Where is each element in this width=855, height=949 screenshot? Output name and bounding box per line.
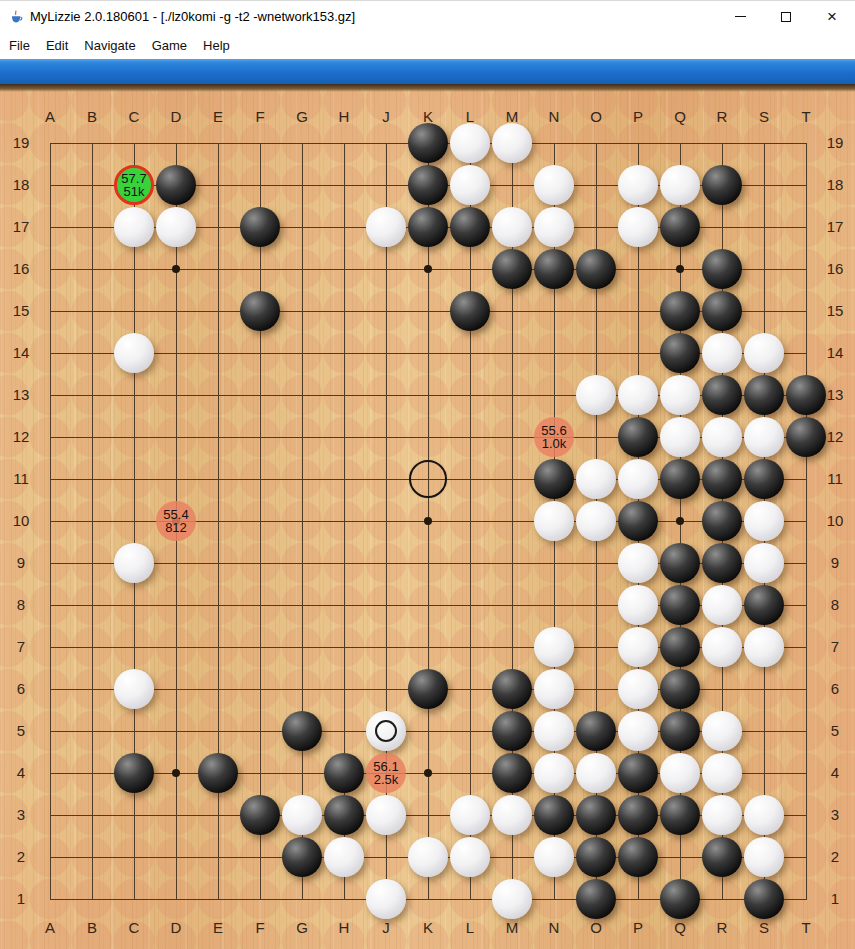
black-stone[interactable] bbox=[492, 669, 532, 709]
black-stone[interactable] bbox=[240, 207, 280, 247]
coord-label-left: 6 bbox=[4, 680, 38, 698]
black-stone[interactable] bbox=[702, 543, 742, 583]
maximize-button[interactable] bbox=[763, 1, 809, 32]
white-stone[interactable] bbox=[744, 543, 784, 583]
white-stone[interactable] bbox=[534, 627, 574, 667]
white-stone[interactable] bbox=[450, 795, 490, 835]
white-stone[interactable] bbox=[114, 543, 154, 583]
black-stone[interactable] bbox=[660, 711, 700, 751]
white-stone[interactable] bbox=[324, 837, 364, 877]
coord-label-top: F bbox=[243, 108, 277, 126]
coord-label-left: 14 bbox=[4, 344, 38, 362]
black-stone[interactable] bbox=[618, 837, 658, 877]
coord-label-top: T bbox=[789, 108, 823, 126]
black-stone[interactable] bbox=[744, 375, 784, 415]
black-stone[interactable] bbox=[618, 753, 658, 793]
star-point bbox=[424, 265, 432, 273]
black-stone[interactable] bbox=[408, 123, 448, 163]
black-stone[interactable] bbox=[240, 795, 280, 835]
white-stone[interactable] bbox=[534, 837, 574, 877]
coord-label-bottom: P bbox=[621, 919, 655, 937]
coord-label-bottom: D bbox=[159, 919, 193, 937]
coord-label-left: 1 bbox=[4, 890, 38, 908]
variation-circle-marker bbox=[409, 460, 447, 498]
white-stone[interactable] bbox=[744, 795, 784, 835]
coord-label-bottom: J bbox=[369, 919, 403, 937]
coord-label-right: 5 bbox=[818, 722, 852, 740]
coord-label-right: 9 bbox=[818, 554, 852, 572]
candidate-move[interactable]: 55.4812 bbox=[156, 501, 196, 541]
goban[interactable]: AABBCCDDEEFFGGHHJJKKLLMMNNOOPPQQRRSSTT19… bbox=[0, 84, 855, 949]
white-stone[interactable] bbox=[618, 207, 658, 247]
black-stone[interactable] bbox=[744, 879, 784, 919]
white-stone[interactable] bbox=[618, 543, 658, 583]
black-stone[interactable] bbox=[744, 585, 784, 625]
coord-label-bottom: M bbox=[495, 919, 529, 937]
white-stone[interactable] bbox=[618, 585, 658, 625]
star-point bbox=[676, 517, 684, 525]
black-stone[interactable] bbox=[702, 249, 742, 289]
coord-label-bottom: T bbox=[789, 919, 823, 937]
white-stone[interactable] bbox=[114, 207, 154, 247]
star-point bbox=[676, 265, 684, 273]
candidate-visits: 51k bbox=[124, 185, 145, 198]
coord-label-bottom: L bbox=[453, 919, 487, 937]
best-candidate-move[interactable]: 57.751k bbox=[114, 165, 154, 205]
white-stone[interactable] bbox=[534, 501, 574, 541]
coord-label-right: 11 bbox=[818, 470, 852, 488]
black-stone[interactable] bbox=[660, 669, 700, 709]
black-stone[interactable] bbox=[660, 543, 700, 583]
black-stone[interactable] bbox=[660, 795, 700, 835]
white-stone[interactable] bbox=[702, 795, 742, 835]
black-stone[interactable] bbox=[324, 753, 364, 793]
white-stone[interactable] bbox=[702, 711, 742, 751]
white-stone[interactable] bbox=[660, 165, 700, 205]
black-stone[interactable] bbox=[492, 249, 532, 289]
white-stone[interactable] bbox=[660, 417, 700, 457]
white-stone[interactable] bbox=[618, 711, 658, 751]
coord-label-right: 4 bbox=[818, 764, 852, 782]
coord-label-right: 2 bbox=[818, 848, 852, 866]
coord-label-top: Q bbox=[663, 108, 697, 126]
black-stone[interactable] bbox=[534, 459, 574, 499]
black-stone[interactable] bbox=[618, 795, 658, 835]
black-stone[interactable] bbox=[450, 291, 490, 331]
coord-label-bottom: A bbox=[33, 919, 67, 937]
white-stone[interactable] bbox=[534, 711, 574, 751]
black-stone[interactable] bbox=[576, 837, 616, 877]
minimize-button[interactable] bbox=[717, 1, 763, 32]
coord-label-right: 14 bbox=[818, 344, 852, 362]
coord-label-left: 12 bbox=[4, 428, 38, 446]
coord-label-bottom: N bbox=[537, 919, 571, 937]
window-controls: × bbox=[717, 1, 855, 32]
minimize-icon bbox=[735, 16, 746, 17]
white-stone[interactable] bbox=[534, 207, 574, 247]
menu-game[interactable]: Game bbox=[144, 32, 195, 59]
black-stone[interactable] bbox=[702, 459, 742, 499]
coord-label-right: 16 bbox=[818, 260, 852, 278]
coord-label-top: B bbox=[75, 108, 109, 126]
star-point bbox=[424, 769, 432, 777]
java-app-icon bbox=[8, 8, 25, 25]
white-stone[interactable] bbox=[450, 837, 490, 877]
white-stone[interactable] bbox=[576, 753, 616, 793]
black-stone[interactable] bbox=[576, 711, 616, 751]
white-stone[interactable] bbox=[702, 585, 742, 625]
white-stone[interactable] bbox=[114, 333, 154, 373]
black-stone[interactable] bbox=[240, 291, 280, 331]
coord-label-left: 15 bbox=[4, 302, 38, 320]
white-stone[interactable] bbox=[702, 753, 742, 793]
black-stone[interactable] bbox=[492, 753, 532, 793]
black-stone[interactable] bbox=[534, 249, 574, 289]
black-stone[interactable] bbox=[660, 879, 700, 919]
black-stone[interactable] bbox=[660, 333, 700, 373]
white-stone[interactable] bbox=[492, 207, 532, 247]
coord-label-right: 7 bbox=[818, 638, 852, 656]
coord-label-left: 7 bbox=[4, 638, 38, 656]
coord-label-right: 8 bbox=[818, 596, 852, 614]
white-stone[interactable] bbox=[744, 627, 784, 667]
black-stone[interactable] bbox=[702, 375, 742, 415]
coord-label-right: 1 bbox=[818, 890, 852, 908]
coord-label-top: H bbox=[327, 108, 361, 126]
coord-label-right: 15 bbox=[818, 302, 852, 320]
black-stone[interactable] bbox=[786, 375, 826, 415]
white-stone[interactable] bbox=[366, 795, 406, 835]
white-stone[interactable] bbox=[492, 795, 532, 835]
black-stone[interactable] bbox=[324, 795, 364, 835]
white-stone[interactable] bbox=[576, 375, 616, 415]
black-stone[interactable] bbox=[660, 585, 700, 625]
black-stone[interactable] bbox=[618, 501, 658, 541]
menu-file[interactable]: File bbox=[1, 32, 38, 59]
black-stone[interactable] bbox=[702, 501, 742, 541]
white-stone[interactable] bbox=[702, 627, 742, 667]
coord-label-left: 10 bbox=[4, 512, 38, 530]
coord-label-left: 17 bbox=[4, 218, 38, 236]
menu-edit[interactable]: Edit bbox=[38, 32, 76, 59]
coord-label-left: 9 bbox=[4, 554, 38, 572]
coord-label-top: D bbox=[159, 108, 193, 126]
coord-label-right: 3 bbox=[818, 806, 852, 824]
title-bar: MyLizzie 2.0.180601 - [./lz0komi -g -t2 … bbox=[0, 0, 855, 32]
white-stone[interactable] bbox=[660, 753, 700, 793]
board-top-edge bbox=[0, 84, 855, 92]
black-stone[interactable] bbox=[114, 753, 154, 793]
black-stone[interactable] bbox=[282, 711, 322, 751]
white-stone[interactable] bbox=[492, 879, 532, 919]
white-stone[interactable] bbox=[618, 627, 658, 667]
white-stone[interactable] bbox=[576, 459, 616, 499]
coord-label-top: O bbox=[579, 108, 613, 126]
last-move-marker bbox=[375, 720, 397, 742]
white-stone[interactable] bbox=[366, 207, 406, 247]
candidate-visits: 1.0k bbox=[542, 437, 567, 450]
coord-label-left: 11 bbox=[4, 470, 38, 488]
coord-label-bottom: E bbox=[201, 919, 235, 937]
coord-label-right: 6 bbox=[818, 680, 852, 698]
coord-label-top: J bbox=[369, 108, 403, 126]
black-stone[interactable] bbox=[786, 417, 826, 457]
black-stone[interactable] bbox=[618, 417, 658, 457]
white-stone[interactable] bbox=[618, 669, 658, 709]
coord-label-bottom: R bbox=[705, 919, 739, 937]
coord-label-left: 2 bbox=[4, 848, 38, 866]
coord-label-left: 4 bbox=[4, 764, 38, 782]
coord-label-left: 8 bbox=[4, 596, 38, 614]
star-point bbox=[172, 265, 180, 273]
coord-label-bottom: Q bbox=[663, 919, 697, 937]
menu-bar: File Edit Navigate Game Help bbox=[0, 32, 855, 59]
black-stone[interactable] bbox=[492, 711, 532, 751]
candidate-move[interactable]: 55.61.0k bbox=[534, 417, 574, 457]
white-stone[interactable] bbox=[534, 669, 574, 709]
menu-navigate[interactable]: Navigate bbox=[76, 32, 143, 59]
coord-label-top: A bbox=[33, 108, 67, 126]
coord-label-top: P bbox=[621, 108, 655, 126]
black-stone[interactable] bbox=[660, 207, 700, 247]
toolbar-strip bbox=[0, 59, 855, 84]
white-stone[interactable] bbox=[744, 837, 784, 877]
coord-label-right: 19 bbox=[818, 134, 852, 152]
coord-label-top: C bbox=[117, 108, 151, 126]
black-stone[interactable] bbox=[450, 207, 490, 247]
black-stone[interactable] bbox=[408, 669, 448, 709]
coord-label-top: G bbox=[285, 108, 319, 126]
coord-label-bottom: H bbox=[327, 919, 361, 937]
white-stone[interactable] bbox=[366, 879, 406, 919]
white-stone[interactable] bbox=[618, 375, 658, 415]
window-title: MyLizzie 2.0.180601 - [./lz0komi -g -t2 … bbox=[30, 9, 355, 24]
star-point bbox=[172, 769, 180, 777]
white-stone[interactable] bbox=[660, 375, 700, 415]
coord-label-bottom: F bbox=[243, 919, 277, 937]
white-stone[interactable] bbox=[702, 417, 742, 457]
menu-help[interactable]: Help bbox=[195, 32, 238, 59]
coord-label-left: 16 bbox=[4, 260, 38, 278]
white-stone[interactable] bbox=[744, 501, 784, 541]
coord-label-left: 3 bbox=[4, 806, 38, 824]
black-stone[interactable] bbox=[576, 249, 616, 289]
coord-label-left: 18 bbox=[4, 176, 38, 194]
coord-label-top: E bbox=[201, 108, 235, 126]
candidate-visits: 812 bbox=[165, 521, 187, 534]
white-stone[interactable] bbox=[618, 459, 658, 499]
black-stone[interactable] bbox=[660, 291, 700, 331]
coord-label-left: 13 bbox=[4, 386, 38, 404]
white-stone[interactable] bbox=[576, 501, 616, 541]
coord-label-bottom: O bbox=[579, 919, 613, 937]
coord-label-bottom: G bbox=[285, 919, 319, 937]
black-stone[interactable] bbox=[282, 837, 322, 877]
white-stone[interactable] bbox=[618, 165, 658, 205]
white-stone[interactable] bbox=[450, 123, 490, 163]
close-icon: × bbox=[827, 8, 837, 25]
white-stone[interactable] bbox=[282, 795, 322, 835]
black-stone[interactable] bbox=[576, 879, 616, 919]
maximize-icon bbox=[781, 12, 791, 22]
white-stone[interactable] bbox=[114, 669, 154, 709]
black-stone[interactable] bbox=[156, 165, 196, 205]
black-stone[interactable] bbox=[660, 627, 700, 667]
coord-label-top: N bbox=[537, 108, 571, 126]
white-stone[interactable] bbox=[534, 753, 574, 793]
white-stone[interactable] bbox=[492, 123, 532, 163]
white-stone[interactable] bbox=[744, 417, 784, 457]
star-point bbox=[424, 517, 432, 525]
coord-label-left: 5 bbox=[4, 722, 38, 740]
coord-label-top: S bbox=[747, 108, 781, 126]
white-stone[interactable] bbox=[156, 207, 196, 247]
black-stone[interactable] bbox=[660, 459, 700, 499]
coord-label-bottom: C bbox=[117, 919, 151, 937]
coord-label-top: R bbox=[705, 108, 739, 126]
white-stone[interactable] bbox=[408, 837, 448, 877]
white-stone[interactable] bbox=[702, 333, 742, 373]
candidate-move[interactable]: 56.12.5k bbox=[366, 753, 406, 793]
black-stone[interactable] bbox=[576, 795, 616, 835]
white-stone[interactable] bbox=[744, 333, 784, 373]
coord-label-left: 19 bbox=[4, 134, 38, 152]
coord-label-right: 17 bbox=[818, 218, 852, 236]
black-stone[interactable] bbox=[744, 459, 784, 499]
white-stone[interactable] bbox=[450, 165, 490, 205]
coord-label-bottom: S bbox=[747, 919, 781, 937]
coord-label-bottom: K bbox=[411, 919, 445, 937]
close-button[interactable]: × bbox=[809, 1, 855, 32]
coord-label-right: 10 bbox=[818, 512, 852, 530]
white-stone[interactable] bbox=[534, 165, 574, 205]
black-stone[interactable] bbox=[702, 291, 742, 331]
black-stone[interactable] bbox=[702, 165, 742, 205]
candidate-visits: 2.5k bbox=[374, 773, 399, 786]
black-stone[interactable] bbox=[408, 165, 448, 205]
black-stone[interactable] bbox=[408, 207, 448, 247]
coord-label-right: 18 bbox=[818, 176, 852, 194]
black-stone[interactable] bbox=[198, 753, 238, 793]
black-stone[interactable] bbox=[534, 795, 574, 835]
black-stone[interactable] bbox=[702, 837, 742, 877]
coord-label-bottom: B bbox=[75, 919, 109, 937]
